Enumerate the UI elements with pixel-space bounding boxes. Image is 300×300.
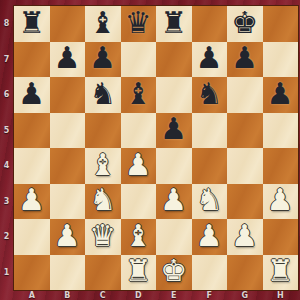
piece-black-knight: ♞	[196, 79, 223, 109]
square-c2[interactable]: ♛	[85, 219, 121, 255]
square-e8[interactable]: ♜	[156, 6, 192, 42]
square-c5[interactable]	[85, 113, 121, 149]
piece-black-bishop: ♝	[125, 79, 152, 109]
piece-white-pawn: ♟	[18, 185, 45, 215]
file-label-h: H	[263, 290, 299, 300]
square-a3[interactable]: ♟	[14, 184, 50, 220]
square-e1[interactable]: ♚	[156, 255, 192, 291]
square-c3[interactable]: ♞	[85, 184, 121, 220]
piece-white-king: ♚	[160, 256, 187, 286]
square-d3[interactable]	[121, 184, 157, 220]
square-g2[interactable]: ♟	[227, 219, 263, 255]
square-e5[interactable]: ♟	[156, 113, 192, 149]
square-e6[interactable]	[156, 77, 192, 113]
square-a1[interactable]	[14, 255, 50, 291]
piece-white-pawn: ♟	[196, 221, 223, 251]
square-c4[interactable]: ♝	[85, 148, 121, 184]
file-label-g: G	[227, 290, 263, 300]
piece-black-rook: ♜	[160, 8, 187, 38]
square-b8[interactable]	[50, 6, 86, 42]
rank-label-5: 5	[0, 113, 13, 149]
square-g5[interactable]	[227, 113, 263, 149]
square-b4[interactable]	[50, 148, 86, 184]
piece-black-pawn: ♟	[54, 43, 81, 73]
square-f5[interactable]	[192, 113, 228, 149]
piece-black-king: ♚	[231, 8, 258, 38]
file-label-e: E	[156, 290, 192, 300]
square-b5[interactable]	[50, 113, 86, 149]
square-g3[interactable]	[227, 184, 263, 220]
square-g8[interactable]: ♚	[227, 6, 263, 42]
square-c6[interactable]: ♞	[85, 77, 121, 113]
piece-black-knight: ♞	[89, 79, 116, 109]
square-a6[interactable]: ♟	[14, 77, 50, 113]
piece-white-pawn: ♟	[231, 221, 258, 251]
square-a8[interactable]: ♜	[14, 6, 50, 42]
square-f7[interactable]: ♟	[192, 42, 228, 78]
square-h5[interactable]	[263, 113, 299, 149]
square-e3[interactable]: ♟	[156, 184, 192, 220]
square-h6[interactable]: ♟	[263, 77, 299, 113]
chess-diagram: 87654321 ♜♝♛♜♚♟♟♟♟♟♞♝♞♟♟♝♟♟♞♟♞♟♟♛♝♟♟♜♚♜ …	[0, 0, 300, 300]
square-g1[interactable]	[227, 255, 263, 291]
file-label-f: F	[192, 290, 228, 300]
file-labels: ABCDEFGH	[14, 290, 298, 300]
square-f1[interactable]	[192, 255, 228, 291]
square-a2[interactable]	[14, 219, 50, 255]
square-e4[interactable]	[156, 148, 192, 184]
rank-label-3: 3	[0, 184, 13, 220]
square-c8[interactable]: ♝	[85, 6, 121, 42]
piece-white-pawn: ♟	[267, 185, 294, 215]
square-b1[interactable]	[50, 255, 86, 291]
piece-white-knight: ♞	[89, 185, 116, 215]
piece-black-pawn: ♟	[160, 114, 187, 144]
square-d5[interactable]	[121, 113, 157, 149]
piece-white-rook: ♜	[267, 256, 294, 286]
square-f4[interactable]	[192, 148, 228, 184]
piece-white-bishop: ♝	[125, 221, 152, 251]
square-f3[interactable]: ♞	[192, 184, 228, 220]
square-a4[interactable]	[14, 148, 50, 184]
square-h1[interactable]: ♜	[263, 255, 299, 291]
rank-label-6: 6	[0, 77, 13, 113]
square-h2[interactable]	[263, 219, 299, 255]
square-h3[interactable]: ♟	[263, 184, 299, 220]
file-label-c: C	[85, 290, 121, 300]
square-d7[interactable]	[121, 42, 157, 78]
square-e2[interactable]	[156, 219, 192, 255]
square-b6[interactable]	[50, 77, 86, 113]
piece-black-pawn: ♟	[231, 43, 258, 73]
square-b3[interactable]	[50, 184, 86, 220]
rank-label-2: 2	[0, 219, 13, 255]
square-f8[interactable]	[192, 6, 228, 42]
piece-white-pawn: ♟	[125, 150, 152, 180]
piece-black-pawn: ♟	[89, 43, 116, 73]
rank-label-8: 8	[0, 6, 13, 42]
square-a7[interactable]	[14, 42, 50, 78]
square-c7[interactable]: ♟	[85, 42, 121, 78]
square-g6[interactable]	[227, 77, 263, 113]
piece-black-bishop: ♝	[89, 8, 116, 38]
square-h7[interactable]	[263, 42, 299, 78]
board: ♜♝♛♜♚♟♟♟♟♟♞♝♞♟♟♝♟♟♞♟♞♟♟♛♝♟♟♜♚♜	[13, 5, 299, 291]
square-b2[interactable]: ♟	[50, 219, 86, 255]
square-f2[interactable]: ♟	[192, 219, 228, 255]
rank-label-4: 4	[0, 148, 13, 184]
square-a5[interactable]	[14, 113, 50, 149]
square-e7[interactable]	[156, 42, 192, 78]
square-f6[interactable]: ♞	[192, 77, 228, 113]
piece-white-pawn: ♟	[54, 221, 81, 251]
rank-label-7: 7	[0, 42, 13, 78]
piece-black-queen: ♛	[125, 8, 152, 38]
rank-labels: 87654321	[0, 6, 13, 290]
square-b7[interactable]: ♟	[50, 42, 86, 78]
square-d4[interactable]: ♟	[121, 148, 157, 184]
piece-black-rook: ♜	[18, 8, 45, 38]
file-label-a: A	[14, 290, 50, 300]
piece-white-rook: ♜	[125, 256, 152, 286]
rank-label-1: 1	[0, 255, 13, 291]
square-d1[interactable]: ♜	[121, 255, 157, 291]
piece-black-pawn: ♟	[267, 79, 294, 109]
square-h4[interactable]	[263, 148, 299, 184]
piece-white-knight: ♞	[196, 185, 223, 215]
piece-white-queen: ♛	[89, 221, 116, 251]
square-g4[interactable]	[227, 148, 263, 184]
square-c1[interactable]	[85, 255, 121, 291]
file-label-d: D	[121, 290, 157, 300]
square-d8[interactable]: ♛	[121, 6, 157, 42]
piece-black-pawn: ♟	[18, 79, 45, 109]
piece-white-bishop: ♝	[89, 150, 116, 180]
square-h8[interactable]	[263, 6, 299, 42]
piece-white-pawn: ♟	[160, 185, 187, 215]
piece-black-pawn: ♟	[196, 43, 223, 73]
square-g7[interactable]: ♟	[227, 42, 263, 78]
square-d6[interactable]: ♝	[121, 77, 157, 113]
square-d2[interactable]: ♝	[121, 219, 157, 255]
file-label-b: B	[50, 290, 86, 300]
